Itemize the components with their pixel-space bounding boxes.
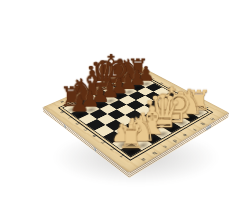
black-pawn-glyph: ♟: [54, 93, 107, 115]
chess-set-photo: abcdefgh abcdefgh 87654321 87654321 ♜♞♝♛…: [40, 16, 230, 206]
square-a1: ♜: [121, 144, 141, 157]
clasp-latch: [206, 124, 211, 131]
white-rook-glyph: ♜: [102, 122, 161, 153]
